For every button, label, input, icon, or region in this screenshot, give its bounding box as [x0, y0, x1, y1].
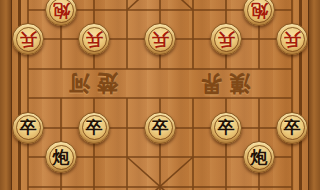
piece-red-cannon[interactable]: 炮 [243, 0, 275, 26]
piece-black-soldier[interactable]: 卒 [144, 112, 176, 144]
soldier-glyph: 兵 [284, 31, 301, 48]
piece-red-soldier[interactable]: 兵 [78, 23, 110, 55]
soldier-glyph: 卒 [86, 119, 103, 136]
board-point: 兵 [276, 25, 309, 54]
soldier-glyph: 卒 [284, 119, 301, 136]
cannon-glyph: 炮 [53, 2, 70, 19]
board-frame-right [308, 0, 320, 190]
soldier-glyph: 卒 [20, 119, 37, 136]
soldier-glyph: 卒 [218, 119, 235, 136]
board-point: 兵 [12, 25, 45, 54]
soldier-glyph: 兵 [86, 31, 103, 48]
board-point: 卒 [210, 113, 243, 142]
xiangqi-board: 楚河 漢界 炮炮兵兵兵兵兵卒卒卒卒卒炮炮 [0, 0, 320, 190]
piece-black-soldier[interactable]: 卒 [276, 112, 308, 144]
piece-red-soldier[interactable]: 兵 [276, 23, 308, 55]
piece-black-soldier[interactable]: 卒 [12, 112, 44, 144]
piece-black-soldier[interactable]: 卒 [210, 112, 242, 144]
board-point: 卒 [144, 113, 177, 142]
cannon-glyph: 炮 [53, 149, 70, 166]
board-point: 兵 [78, 25, 111, 54]
board-point: 炮 [45, 142, 78, 171]
piece-grid: 炮炮兵兵兵兵兵卒卒卒卒卒炮炮 [12, 0, 309, 190]
piece-red-soldier[interactable]: 兵 [144, 23, 176, 55]
piece-red-cannon[interactable]: 炮 [45, 0, 77, 26]
board-point: 炮 [45, 0, 78, 25]
cannon-glyph: 炮 [251, 2, 268, 19]
soldier-glyph: 兵 [152, 31, 169, 48]
board-point: 卒 [78, 113, 111, 142]
piece-black-soldier[interactable]: 卒 [78, 112, 110, 144]
soldier-glyph: 兵 [218, 31, 235, 48]
piece-black-cannon[interactable]: 炮 [45, 141, 77, 173]
soldier-glyph: 兵 [20, 31, 37, 48]
piece-black-cannon[interactable]: 炮 [243, 141, 275, 173]
board-point: 兵 [144, 25, 177, 54]
soldier-glyph: 卒 [152, 119, 169, 136]
board-point: 炮 [243, 142, 276, 171]
board-point: 卒 [276, 113, 309, 142]
board-frame-left [0, 0, 12, 190]
board-point: 炮 [243, 0, 276, 25]
board-point: 卒 [12, 113, 45, 142]
board-point: 兵 [210, 25, 243, 54]
piece-red-soldier[interactable]: 兵 [210, 23, 242, 55]
piece-red-soldier[interactable]: 兵 [12, 23, 44, 55]
cannon-glyph: 炮 [251, 149, 268, 166]
